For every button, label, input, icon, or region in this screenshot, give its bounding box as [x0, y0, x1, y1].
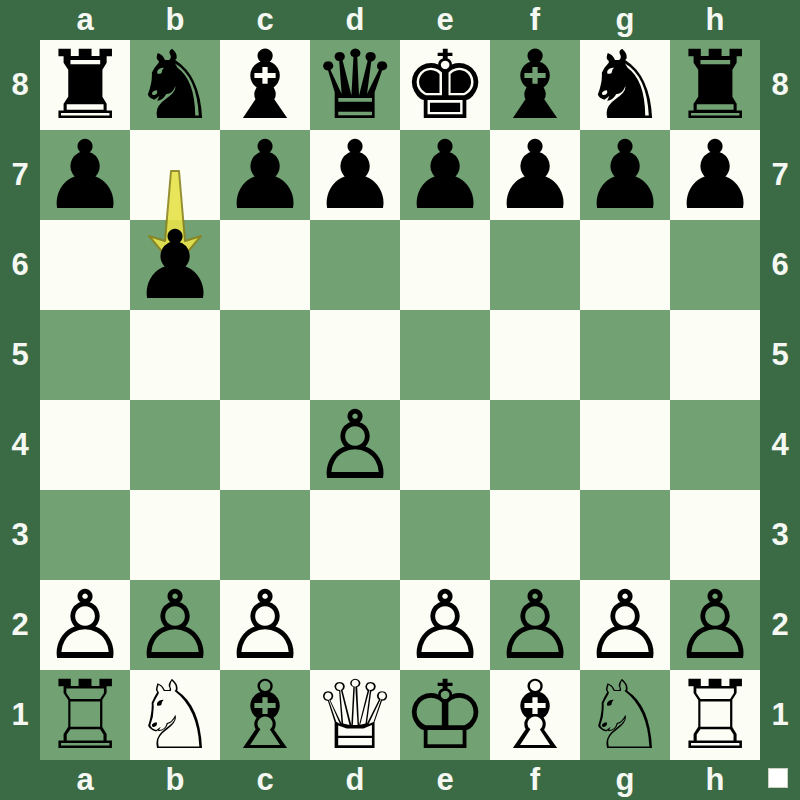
square-d5[interactable] — [310, 310, 400, 400]
file-label-a: a — [40, 0, 130, 40]
piece-black-pawn-a7[interactable]: ♟︎ — [42, 130, 127, 220]
square-c7[interactable]: ♟︎ — [220, 130, 310, 220]
square-g2[interactable]: ♙︎ — [580, 580, 670, 670]
file-label-c: c — [220, 760, 310, 800]
square-d8[interactable]: ♛︎ — [310, 40, 400, 130]
square-e7[interactable]: ♟︎ — [400, 130, 490, 220]
square-a7[interactable]: ♟︎ — [40, 130, 130, 220]
piece-black-king-e8[interactable]: ♚︎ — [402, 40, 487, 130]
rank-label-4: 4 — [760, 400, 800, 490]
piece-white-bishop-c1[interactable]: ♗︎ — [222, 670, 307, 760]
piece-black-bishop-f8[interactable]: ♝︎ — [492, 40, 577, 130]
square-a1[interactable]: ♖︎ — [40, 670, 130, 760]
rank-label-7: 7 — [760, 130, 800, 220]
piece-white-pawn-c2[interactable]: ♙︎ — [222, 580, 307, 670]
square-h5[interactable] — [670, 310, 760, 400]
square-c1[interactable]: ♗︎ — [220, 670, 310, 760]
square-g5[interactable] — [580, 310, 670, 400]
chess-board-frame: abcdefgh abcdefgh 87654321 87654321 ♜︎♞︎… — [0, 0, 800, 800]
piece-white-queen-d1[interactable]: ♕︎ — [312, 670, 397, 760]
square-b8[interactable]: ♞︎ — [130, 40, 220, 130]
piece-white-knight-g1[interactable]: ♘︎ — [582, 670, 667, 760]
square-h6[interactable] — [670, 220, 760, 310]
rank-label-5: 5 — [0, 310, 40, 400]
rank-label-8: 8 — [760, 40, 800, 130]
square-h3[interactable] — [670, 490, 760, 580]
piece-black-rook-a8[interactable]: ♜︎ — [42, 40, 127, 130]
square-f2[interactable]: ♙︎ — [490, 580, 580, 670]
square-b2[interactable]: ♙︎ — [130, 580, 220, 670]
square-f5[interactable] — [490, 310, 580, 400]
square-g8[interactable]: ♞︎ — [580, 40, 670, 130]
piece-white-rook-a1[interactable]: ♖︎ — [42, 670, 127, 760]
file-label-f: f — [490, 0, 580, 40]
piece-white-king-e1[interactable]: ♔︎ — [402, 670, 487, 760]
square-a6[interactable] — [40, 220, 130, 310]
rank-label-2: 2 — [0, 580, 40, 670]
file-label-d: d — [310, 760, 400, 800]
square-g3[interactable] — [580, 490, 670, 580]
piece-white-pawn-a2[interactable]: ♙︎ — [42, 580, 127, 670]
square-f3[interactable] — [490, 490, 580, 580]
square-h2[interactable]: ♙︎ — [670, 580, 760, 670]
square-f7[interactable]: ♟︎ — [490, 130, 580, 220]
file-labels-top: abcdefgh — [40, 0, 760, 40]
square-c8[interactable]: ♝︎ — [220, 40, 310, 130]
piece-black-knight-b8[interactable]: ♞︎ — [132, 40, 217, 130]
piece-black-pawn-d7[interactable]: ♟︎ — [312, 130, 397, 220]
rank-label-3: 3 — [760, 490, 800, 580]
file-label-g: g — [580, 0, 670, 40]
square-f6[interactable] — [490, 220, 580, 310]
rank-label-7: 7 — [0, 130, 40, 220]
file-label-b: b — [130, 760, 220, 800]
file-label-e: e — [400, 0, 490, 40]
square-a3[interactable] — [40, 490, 130, 580]
piece-black-pawn-c7[interactable]: ♟︎ — [222, 130, 307, 220]
square-b5[interactable] — [130, 310, 220, 400]
piece-white-pawn-f2[interactable]: ♙︎ — [492, 580, 577, 670]
piece-black-rook-h8[interactable]: ♜︎ — [672, 40, 757, 130]
piece-white-pawn-b2[interactable]: ♙︎ — [132, 580, 217, 670]
piece-white-rook-h1[interactable]: ♖︎ — [672, 670, 757, 760]
square-c2[interactable]: ♙︎ — [220, 580, 310, 670]
square-b3[interactable] — [130, 490, 220, 580]
square-e6[interactable] — [400, 220, 490, 310]
square-e8[interactable]: ♚︎ — [400, 40, 490, 130]
file-label-d: d — [310, 0, 400, 40]
square-e4[interactable] — [400, 400, 490, 490]
square-c6[interactable] — [220, 220, 310, 310]
square-f8[interactable]: ♝︎ — [490, 40, 580, 130]
rank-labels-left: 87654321 — [0, 40, 40, 760]
square-h4[interactable] — [670, 400, 760, 490]
rank-label-6: 6 — [0, 220, 40, 310]
file-label-h: h — [670, 760, 760, 800]
rank-label-5: 5 — [760, 310, 800, 400]
rank-label-8: 8 — [0, 40, 40, 130]
square-e3[interactable] — [400, 490, 490, 580]
file-label-c: c — [220, 0, 310, 40]
file-label-a: a — [40, 760, 130, 800]
rank-label-2: 2 — [760, 580, 800, 670]
piece-white-bishop-f1[interactable]: ♗︎ — [492, 670, 577, 760]
square-g7[interactable]: ♟︎ — [580, 130, 670, 220]
square-g1[interactable]: ♘︎ — [580, 670, 670, 760]
square-d2[interactable] — [310, 580, 400, 670]
square-b6[interactable]: ♟︎ — [130, 220, 220, 310]
piece-black-pawn-b6[interactable]: ♟︎ — [132, 220, 217, 310]
piece-black-knight-g8[interactable]: ♞︎ — [582, 40, 667, 130]
square-a5[interactable] — [40, 310, 130, 400]
square-g4[interactable] — [580, 400, 670, 490]
side-to-move-indicator — [768, 768, 788, 788]
piece-white-knight-b1[interactable]: ♘︎ — [132, 670, 217, 760]
rank-label-3: 3 — [0, 490, 40, 580]
rank-label-6: 6 — [760, 220, 800, 310]
square-d3[interactable] — [310, 490, 400, 580]
square-a4[interactable] — [40, 400, 130, 490]
file-labels-bottom: abcdefgh — [40, 760, 760, 800]
square-h1[interactable]: ♖︎ — [670, 670, 760, 760]
square-h7[interactable]: ♟︎ — [670, 130, 760, 220]
file-label-b: b — [130, 0, 220, 40]
piece-black-queen-d8[interactable]: ♛︎ — [312, 40, 397, 130]
file-label-e: e — [400, 760, 490, 800]
piece-black-bishop-c8[interactable]: ♝︎ — [222, 40, 307, 130]
file-label-h: h — [670, 0, 760, 40]
rank-labels-right: 87654321 — [760, 40, 800, 760]
piece-white-pawn-h2[interactable]: ♙︎ — [672, 580, 757, 670]
piece-black-pawn-g7[interactable]: ♟︎ — [582, 130, 667, 220]
piece-black-pawn-e7[interactable]: ♟︎ — [402, 130, 487, 220]
square-a8[interactable]: ♜︎ — [40, 40, 130, 130]
file-label-g: g — [580, 760, 670, 800]
square-a2[interactable]: ♙︎ — [40, 580, 130, 670]
square-d4[interactable]: ♙︎ — [310, 400, 400, 490]
square-e2[interactable]: ♙︎ — [400, 580, 490, 670]
square-c5[interactable] — [220, 310, 310, 400]
rank-label-4: 4 — [0, 400, 40, 490]
square-f1[interactable]: ♗︎ — [490, 670, 580, 760]
square-c4[interactable] — [220, 400, 310, 490]
square-b7[interactable] — [130, 130, 220, 220]
file-label-f: f — [490, 760, 580, 800]
piece-white-pawn-e2[interactable]: ♙︎ — [402, 580, 487, 670]
square-b4[interactable] — [130, 400, 220, 490]
piece-white-pawn-d4[interactable]: ♙︎ — [312, 400, 397, 490]
square-e1[interactable]: ♔︎ — [400, 670, 490, 760]
piece-black-pawn-f7[interactable]: ♟︎ — [492, 130, 577, 220]
piece-white-pawn-g2[interactable]: ♙︎ — [582, 580, 667, 670]
rank-label-1: 1 — [0, 670, 40, 760]
square-d7[interactable]: ♟︎ — [310, 130, 400, 220]
square-g6[interactable] — [580, 220, 670, 310]
square-c3[interactable] — [220, 490, 310, 580]
square-b1[interactable]: ♘︎ — [130, 670, 220, 760]
piece-black-pawn-h7[interactable]: ♟︎ — [672, 130, 757, 220]
square-h8[interactable]: ♜︎ — [670, 40, 760, 130]
board: ♜︎♞︎♝︎♛︎♚︎♝︎♞︎♜︎♟︎♟︎♟︎♟︎♟︎♟︎♟︎♟︎♙︎♙︎♙︎♙︎… — [40, 40, 760, 760]
square-d6[interactable] — [310, 220, 400, 310]
square-e5[interactable] — [400, 310, 490, 400]
rank-label-1: 1 — [760, 670, 800, 760]
square-d1[interactable]: ♕︎ — [310, 670, 400, 760]
square-f4[interactable] — [490, 400, 580, 490]
